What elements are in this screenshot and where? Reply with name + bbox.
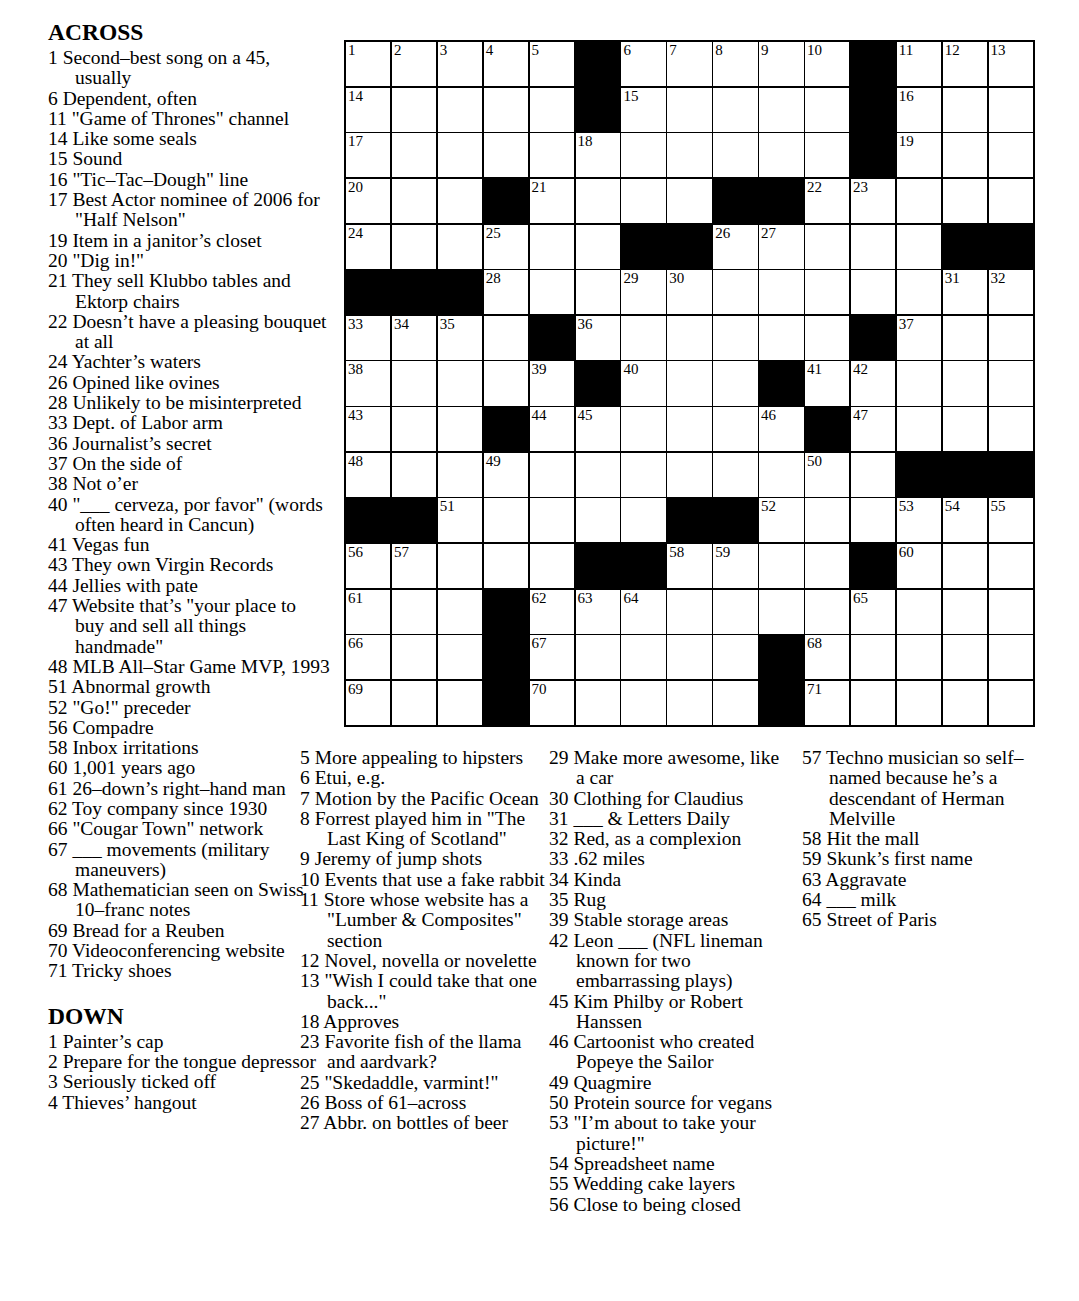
cell-r12c10[interactable] — [759, 544, 803, 588]
cell-r4c6[interactable] — [576, 179, 620, 223]
cell-r1c2[interactable]: 2 — [392, 42, 436, 86]
clue-across-17: 17 Best Actor nominee of 2006 for "Half … — [48, 190, 330, 231]
cell-r6c6[interactable] — [576, 270, 620, 314]
cell-r8c8[interactable] — [667, 361, 711, 405]
cell-r7c10[interactable] — [759, 316, 803, 360]
cell-r14c1[interactable]: 66 — [346, 635, 390, 679]
cell-r2c1[interactable]: 14 — [346, 88, 390, 132]
black-cell-r15c10 — [759, 681, 803, 725]
cell-number: 7 — [669, 42, 677, 59]
cell-r8c7[interactable]: 40 — [621, 361, 665, 405]
cell-r6c5[interactable] — [530, 270, 574, 314]
cell-r15c7[interactable] — [621, 681, 665, 725]
cell-r13c13[interactable] — [897, 590, 941, 634]
clue-down-13: 13 "Wish I could take that one back..." — [300, 971, 548, 1012]
cell-r2c2[interactable] — [392, 88, 436, 132]
clue-across-62: 62 Toy company since 1930 — [48, 799, 330, 819]
cell-r7c4[interactable] — [484, 316, 528, 360]
cell-r12c1[interactable]: 56 — [346, 544, 390, 588]
cell-r8c12[interactable]: 42 — [851, 361, 895, 405]
cell-r4c1[interactable]: 20 — [346, 179, 390, 223]
cell-number: 28 — [486, 270, 501, 287]
clue-down-6: 6 Etui, e.g. — [300, 768, 548, 788]
cell-r7c11[interactable] — [805, 316, 849, 360]
cell-r4c14[interactable] — [943, 179, 987, 223]
cell-number: 66 — [348, 635, 363, 652]
cell-number: 17 — [348, 133, 363, 150]
cell-r11c10[interactable]: 52 — [759, 498, 803, 542]
cell-r13c8[interactable] — [667, 590, 711, 634]
cell-r1c3[interactable]: 3 — [438, 42, 482, 86]
cell-r11c12[interactable] — [851, 498, 895, 542]
cell-number: 23 — [853, 179, 868, 196]
black-cell-r4c4 — [484, 179, 528, 223]
cell-r9c9[interactable] — [713, 407, 757, 451]
cell-r5c9[interactable]: 26 — [713, 225, 757, 269]
cell-r6c10[interactable] — [759, 270, 803, 314]
cell-r9c3[interactable] — [438, 407, 482, 451]
cell-r1c1[interactable]: 1 — [346, 42, 390, 86]
cell-r14c9[interactable] — [713, 635, 757, 679]
cell-number: 46 — [761, 407, 776, 424]
cell-r8c15[interactable] — [989, 361, 1033, 405]
cell-r13c10[interactable] — [759, 590, 803, 634]
black-cell-r2c12 — [851, 88, 895, 132]
clue-across-41: 41 Vegas fun — [48, 535, 330, 555]
cell-r13c15[interactable] — [989, 590, 1033, 634]
cell-r10c3[interactable] — [438, 453, 482, 497]
cell-r2c14[interactable] — [943, 88, 987, 132]
cell-r9c6[interactable]: 45 — [576, 407, 620, 451]
black-cell-r10c14 — [943, 453, 987, 497]
black-cell-r6c2 — [392, 270, 436, 314]
cell-r13c7[interactable]: 64 — [621, 590, 665, 634]
cell-r5c2[interactable] — [392, 225, 436, 269]
cell-r5c11[interactable] — [805, 225, 849, 269]
cell-r8c2[interactable] — [392, 361, 436, 405]
cell-r14c13[interactable] — [897, 635, 941, 679]
cell-r13c14[interactable] — [943, 590, 987, 634]
cell-r12c11[interactable] — [805, 544, 849, 588]
cell-r13c12[interactable]: 65 — [851, 590, 895, 634]
cell-number: 16 — [899, 88, 914, 105]
black-cell-r5c15 — [989, 225, 1033, 269]
cell-number: 11 — [899, 42, 913, 59]
cell-r2c7[interactable]: 15 — [621, 88, 665, 132]
cell-r13c2[interactable] — [392, 590, 436, 634]
cell-r1c14[interactable]: 12 — [943, 42, 987, 86]
cell-number: 55 — [991, 498, 1006, 515]
black-cell-r8c10 — [759, 361, 803, 405]
cell-r11c4[interactable] — [484, 498, 528, 542]
cell-r10c5[interactable] — [530, 453, 574, 497]
clue-down-11: 11 Store whose website has a "Lumber & C… — [300, 890, 548, 951]
clue-down-50: 50 Protein source for vegans — [549, 1093, 787, 1113]
cell-r7c9[interactable] — [713, 316, 757, 360]
cell-r9c1[interactable]: 43 — [346, 407, 390, 451]
clue-across-43: 43 They own Virgin Records — [48, 555, 330, 575]
cell-number: 6 — [623, 42, 631, 59]
cell-r2c9[interactable] — [713, 88, 757, 132]
cell-r14c8[interactable] — [667, 635, 711, 679]
cell-r10c1[interactable]: 48 — [346, 453, 390, 497]
cell-number: 62 — [532, 590, 547, 607]
clue-across-21: 21 They sell Klubbo tables and Ektorp ch… — [48, 271, 330, 312]
cell-r8c11[interactable]: 41 — [805, 361, 849, 405]
cell-r15c9[interactable] — [713, 681, 757, 725]
cell-r15c1[interactable]: 69 — [346, 681, 390, 725]
black-cell-r12c12 — [851, 544, 895, 588]
cell-r5c6[interactable] — [576, 225, 620, 269]
black-cell-r11c1 — [346, 498, 390, 542]
cell-r2c3[interactable] — [438, 88, 482, 132]
cell-r1c9[interactable]: 8 — [713, 42, 757, 86]
clue-down-27: 27 Abbr. on bottles of beer — [300, 1113, 548, 1133]
cell-r14c2[interactable] — [392, 635, 436, 679]
cell-r11c13[interactable]: 53 — [897, 498, 941, 542]
cell-r4c12[interactable]: 23 — [851, 179, 895, 223]
cell-r15c5[interactable]: 70 — [530, 681, 574, 725]
cell-r14c14[interactable] — [943, 635, 987, 679]
clue-across-6: 6 Dependent, often — [48, 89, 330, 109]
clue-down-3: 3 Seriously ticked off — [48, 1072, 330, 1092]
cell-r13c5[interactable]: 62 — [530, 590, 574, 634]
cell-r9c7[interactable] — [621, 407, 665, 451]
cell-r1c5[interactable]: 5 — [530, 42, 574, 86]
clue-down-53: 53 "I’m about to take your picture!" — [549, 1113, 787, 1154]
cell-r4c13[interactable] — [897, 179, 941, 223]
cell-r4c15[interactable] — [989, 179, 1033, 223]
cell-r11c11[interactable] — [805, 498, 849, 542]
black-cell-r2c6 — [576, 88, 620, 132]
clue-down-54: 54 Spreadsheet name — [549, 1154, 787, 1174]
clue-across-24: 24 Yachter’s waters — [48, 352, 330, 372]
cell-r13c3[interactable] — [438, 590, 482, 634]
cell-r7c8[interactable] — [667, 316, 711, 360]
cell-r7c15[interactable] — [989, 316, 1033, 360]
cell-r8c4[interactable] — [484, 361, 528, 405]
cell-r2c13[interactable]: 16 — [897, 88, 941, 132]
clue-across-68: 68 Mathematician seen on Swiss 10–franc … — [48, 880, 330, 921]
clue-across-28: 28 Unlikely to be misinterpreted — [48, 393, 330, 413]
black-cell-r15c4 — [484, 681, 528, 725]
cell-r11c6[interactable] — [576, 498, 620, 542]
cell-number: 68 — [807, 635, 822, 652]
cell-number: 24 — [348, 225, 363, 242]
cell-r9c14[interactable] — [943, 407, 987, 451]
cell-r14c12[interactable] — [851, 635, 895, 679]
cell-r3c3[interactable] — [438, 133, 482, 177]
cell-number: 22 — [807, 179, 822, 196]
black-cell-r12c6 — [576, 544, 620, 588]
cell-r10c4[interactable]: 49 — [484, 453, 528, 497]
cell-r3c10[interactable] — [759, 133, 803, 177]
cell-number: 47 — [853, 407, 868, 424]
clue-across-48: 48 MLB All–Star Game MVP, 1993 — [48, 657, 330, 677]
cell-r10c11[interactable]: 50 — [805, 453, 849, 497]
cell-r8c14[interactable] — [943, 361, 987, 405]
clue-down-29: 29 Make more awesome, like a car — [549, 748, 787, 789]
cell-number: 64 — [623, 590, 638, 607]
black-cell-r8c6 — [576, 361, 620, 405]
cell-r9c5[interactable]: 44 — [530, 407, 574, 451]
clue-down-55: 55 Wedding cake layers — [549, 1174, 787, 1194]
cell-r12c2[interactable]: 57 — [392, 544, 436, 588]
cell-r11c5[interactable] — [530, 498, 574, 542]
black-cell-r6c1 — [346, 270, 390, 314]
clue-across-11: 11 "Game of Thrones" channel — [48, 109, 330, 129]
cell-r8c13[interactable] — [897, 361, 941, 405]
clue-across-16: 16 "Tic–Tac–Dough" line — [48, 170, 330, 190]
cell-r6c12[interactable] — [851, 270, 895, 314]
down-clue-list-3: 29 Make more awesome, like a car30 Cloth… — [549, 748, 787, 1215]
cell-number: 29 — [623, 270, 638, 287]
clue-down-65: 65 Street of Paris — [802, 910, 1060, 930]
cell-r14c7[interactable] — [621, 635, 665, 679]
cell-r12c8[interactable]: 58 — [667, 544, 711, 588]
cell-r12c13[interactable]: 60 — [897, 544, 941, 588]
cell-r10c2[interactable] — [392, 453, 436, 497]
cell-number: 52 — [761, 498, 776, 515]
cell-r12c15[interactable] — [989, 544, 1033, 588]
cell-r12c5[interactable] — [530, 544, 574, 588]
clue-across-40: 40 "___ cerveza, por favor" (words often… — [48, 495, 330, 536]
cell-r5c10[interactable]: 27 — [759, 225, 803, 269]
clue-across-70: 70 Videoconferencing website — [48, 941, 330, 961]
clue-across-19: 19 Item in a janitor’s closet — [48, 231, 330, 251]
cell-r11c3[interactable]: 51 — [438, 498, 482, 542]
cell-r3c14[interactable] — [943, 133, 987, 177]
black-cell-r14c10 — [759, 635, 803, 679]
cell-number: 51 — [440, 498, 455, 515]
clue-across-51: 51 Abnormal growth — [48, 677, 330, 697]
cell-r13c6[interactable]: 63 — [576, 590, 620, 634]
clue-down-4: 4 Thieves’ hangout — [48, 1093, 330, 1113]
cell-r10c7[interactable] — [621, 453, 665, 497]
clue-across-66: 66 "Cougar Town" network — [48, 819, 330, 839]
cell-number: 38 — [348, 361, 363, 378]
black-cell-r14c4 — [484, 635, 528, 679]
cell-r12c4[interactable] — [484, 544, 528, 588]
cell-r13c9[interactable] — [713, 590, 757, 634]
cell-number: 67 — [532, 635, 547, 652]
cell-r7c3[interactable]: 35 — [438, 316, 482, 360]
cell-r4c8[interactable] — [667, 179, 711, 223]
cell-number: 20 — [348, 179, 363, 196]
cell-r9c13[interactable] — [897, 407, 941, 451]
cell-r3c15[interactable] — [989, 133, 1033, 177]
cell-r11c7[interactable] — [621, 498, 665, 542]
cell-r5c3[interactable] — [438, 225, 482, 269]
cell-r5c4[interactable]: 25 — [484, 225, 528, 269]
cell-r15c14[interactable] — [943, 681, 987, 725]
cell-r10c12[interactable] — [851, 453, 895, 497]
cell-r7c14[interactable] — [943, 316, 987, 360]
cell-r15c15[interactable] — [989, 681, 1033, 725]
cell-r14c11[interactable]: 68 — [805, 635, 849, 679]
cell-r3c6[interactable]: 18 — [576, 133, 620, 177]
cell-r6c4[interactable]: 28 — [484, 270, 528, 314]
cell-r6c8[interactable]: 30 — [667, 270, 711, 314]
cell-r3c13[interactable]: 19 — [897, 133, 941, 177]
cell-r7c7[interactable] — [621, 316, 665, 360]
cell-number: 49 — [486, 453, 501, 470]
cell-number: 60 — [899, 544, 914, 561]
black-cell-r1c6 — [576, 42, 620, 86]
clue-down-2: 2 Prepare for the tongue depressor — [48, 1052, 330, 1072]
black-cell-r11c8 — [667, 498, 711, 542]
cell-r14c15[interactable] — [989, 635, 1033, 679]
cell-r1c4[interactable]: 4 — [484, 42, 528, 86]
cell-r2c11[interactable] — [805, 88, 849, 132]
cell-number: 3 — [440, 42, 448, 59]
cell-number: 9 — [761, 42, 769, 59]
cell-r4c2[interactable] — [392, 179, 436, 223]
cell-r6c13[interactable] — [897, 270, 941, 314]
cell-r14c6[interactable] — [576, 635, 620, 679]
cell-number: 18 — [578, 133, 593, 150]
cell-number: 27 — [761, 225, 776, 242]
cell-r3c5[interactable] — [530, 133, 574, 177]
cell-r4c5[interactable]: 21 — [530, 179, 574, 223]
cell-r1c10[interactable]: 9 — [759, 42, 803, 86]
cell-r1c13[interactable]: 11 — [897, 42, 941, 86]
cell-r2c8[interactable] — [667, 88, 711, 132]
cell-number: 44 — [532, 407, 547, 424]
cell-r12c3[interactable] — [438, 544, 482, 588]
cell-r14c5[interactable]: 67 — [530, 635, 574, 679]
cell-r3c7[interactable] — [621, 133, 665, 177]
cell-number: 12 — [945, 42, 960, 59]
cell-r12c9[interactable]: 59 — [713, 544, 757, 588]
cell-number: 5 — [532, 42, 540, 59]
cell-r1c15[interactable]: 13 — [989, 42, 1033, 86]
cell-number: 30 — [669, 270, 684, 287]
cell-number: 56 — [348, 544, 363, 561]
cell-r6c7[interactable]: 29 — [621, 270, 665, 314]
clue-across-67: 67 ___ movements (military maneuvers) — [48, 840, 330, 881]
cell-r8c3[interactable] — [438, 361, 482, 405]
cell-number: 43 — [348, 407, 363, 424]
cell-r3c1[interactable]: 17 — [346, 133, 390, 177]
clue-down-34: 34 Kinda — [549, 870, 787, 890]
cell-r15c6[interactable] — [576, 681, 620, 725]
cell-r15c13[interactable] — [897, 681, 941, 725]
cell-number: 63 — [578, 590, 593, 607]
cell-r7c6[interactable]: 36 — [576, 316, 620, 360]
cell-r3c4[interactable] — [484, 133, 528, 177]
cell-r3c9[interactable] — [713, 133, 757, 177]
cell-r7c1[interactable]: 33 — [346, 316, 390, 360]
cell-r5c5[interactable] — [530, 225, 574, 269]
clue-across-52: 52 "Go!" preceder — [48, 698, 330, 718]
cell-r2c5[interactable] — [530, 88, 574, 132]
cell-r9c12[interactable]: 47 — [851, 407, 895, 451]
cell-r3c11[interactable] — [805, 133, 849, 177]
cell-r2c4[interactable] — [484, 88, 528, 132]
cell-r8c1[interactable]: 38 — [346, 361, 390, 405]
cell-r1c7[interactable]: 6 — [621, 42, 665, 86]
clue-down-9: 9 Jeremy of jump shots — [300, 849, 548, 869]
cell-r15c12[interactable] — [851, 681, 895, 725]
cell-r9c2[interactable] — [392, 407, 436, 451]
clue-down-64: 64 ___ milk — [802, 890, 1060, 910]
cell-r2c15[interactable] — [989, 88, 1033, 132]
cell-r2c10[interactable] — [759, 88, 803, 132]
cell-r4c11[interactable]: 22 — [805, 179, 849, 223]
black-cell-r11c9 — [713, 498, 757, 542]
clue-down-32: 32 Red, as a complexion — [549, 829, 787, 849]
cell-r14c3[interactable] — [438, 635, 482, 679]
cell-r7c2[interactable]: 34 — [392, 316, 436, 360]
cell-r10c9[interactable] — [713, 453, 757, 497]
cell-r15c11[interactable]: 71 — [805, 681, 849, 725]
cell-r11c15[interactable]: 55 — [989, 498, 1033, 542]
cell-r3c8[interactable] — [667, 133, 711, 177]
clue-down-59: 59 Skunk’s first name — [802, 849, 1060, 869]
cell-number: 36 — [578, 316, 593, 333]
crossword-grid: 1234567891011121314151617181920212223242… — [344, 40, 1035, 727]
cell-r15c3[interactable] — [438, 681, 482, 725]
clue-down-26: 26 Boss of 61–across — [300, 1093, 548, 1113]
cell-r9c8[interactable] — [667, 407, 711, 451]
cell-r9c10[interactable]: 46 — [759, 407, 803, 451]
cell-number: 48 — [348, 453, 363, 470]
clue-across-15: 15 Sound — [48, 149, 330, 169]
cell-r6c9[interactable] — [713, 270, 757, 314]
clue-across-61: 61 26–down’s right–hand man — [48, 779, 330, 799]
clue-across-56: 56 Compadre — [48, 718, 330, 738]
cell-r13c1[interactable]: 61 — [346, 590, 390, 634]
cell-r1c11[interactable]: 10 — [805, 42, 849, 86]
cell-r1c8[interactable]: 7 — [667, 42, 711, 86]
clue-across-71: 71 Tricky shoes — [48, 961, 330, 981]
cell-r4c3[interactable] — [438, 179, 482, 223]
clue-down-8: 8 Forrest played him in "The Last King o… — [300, 809, 548, 850]
clue-column-left: ACROSS 1 Second–best song on a 45, usual… — [48, 20, 330, 1113]
black-cell-r4c9 — [713, 179, 757, 223]
clue-down-23: 23 Favorite fish of the llama and aardva… — [300, 1032, 548, 1073]
clue-across-58: 58 Inbox irritations — [48, 738, 330, 758]
cell-r7c13[interactable]: 37 — [897, 316, 941, 360]
cell-r15c2[interactable] — [392, 681, 436, 725]
black-cell-r3c12 — [851, 133, 895, 177]
cell-r10c8[interactable] — [667, 453, 711, 497]
cell-r8c9[interactable] — [713, 361, 757, 405]
cell-r4c7[interactable] — [621, 179, 665, 223]
cell-number: 58 — [669, 544, 684, 561]
cell-number: 21 — [532, 179, 547, 196]
cell-r9c15[interactable] — [989, 407, 1033, 451]
cell-r11c14[interactable]: 54 — [943, 498, 987, 542]
cell-r15c8[interactable] — [667, 681, 711, 725]
cell-r3c2[interactable] — [392, 133, 436, 177]
cell-r5c1[interactable]: 24 — [346, 225, 390, 269]
cell-number: 26 — [715, 225, 730, 242]
cell-r5c13[interactable] — [897, 225, 941, 269]
cell-r6c15[interactable]: 32 — [989, 270, 1033, 314]
cell-r5c12[interactable] — [851, 225, 895, 269]
cell-r8c5[interactable]: 39 — [530, 361, 574, 405]
cell-r10c6[interactable] — [576, 453, 620, 497]
cell-r10c10[interactable] — [759, 453, 803, 497]
cell-r6c14[interactable]: 31 — [943, 270, 987, 314]
cell-r13c11[interactable] — [805, 590, 849, 634]
cell-r6c11[interactable] — [805, 270, 849, 314]
cell-r12c14[interactable] — [943, 544, 987, 588]
cell-number: 13 — [991, 42, 1006, 59]
cell-number: 61 — [348, 590, 363, 607]
